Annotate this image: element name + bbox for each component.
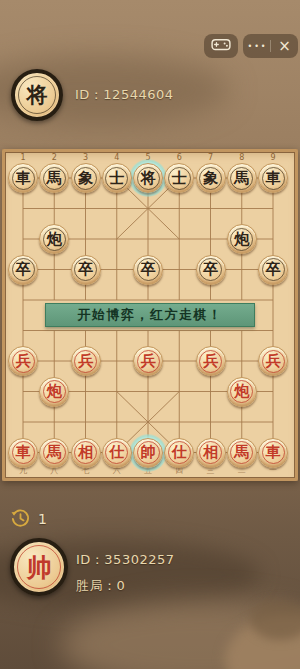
piece-character: 卒 bbox=[266, 262, 281, 277]
xiangqi-piece[interactable]: 卒 bbox=[71, 255, 101, 285]
piece-character: 士 bbox=[109, 171, 124, 186]
xiangqi-piece[interactable]: 炮 bbox=[227, 224, 257, 254]
opponent-avatar: 将 bbox=[11, 69, 63, 121]
more-button[interactable]: ••• bbox=[243, 34, 270, 58]
xiangqi-piece[interactable]: 卒 bbox=[258, 255, 288, 285]
xiangqi-piece[interactable]: 馬 bbox=[227, 438, 257, 468]
piece-character: 相 bbox=[203, 445, 218, 460]
piece-character: 象 bbox=[203, 171, 218, 186]
xiangqi-app: ••• × 将 ID：12544604 123456789 九八七六五四三二一 … bbox=[0, 0, 300, 669]
xiangqi-piece[interactable]: 車 bbox=[8, 163, 38, 193]
piece-character: 卒 bbox=[78, 262, 93, 277]
piece-character: 卒 bbox=[141, 262, 156, 277]
xiangqi-piece[interactable]: 兵 bbox=[71, 346, 101, 376]
piece-character: 将 bbox=[141, 171, 156, 186]
coordinate-label: 4 bbox=[114, 153, 119, 162]
xiangqi-piece[interactable]: 卒 bbox=[196, 255, 226, 285]
piece-character: 炮 bbox=[47, 384, 62, 399]
xiangqi-piece[interactable]: 相 bbox=[71, 438, 101, 468]
opponent-id: ID：12544604 bbox=[75, 86, 174, 104]
piece-character: 車 bbox=[266, 445, 281, 460]
xiangqi-piece[interactable]: 馬 bbox=[39, 438, 69, 468]
player-wins: 胜局：0 bbox=[76, 577, 125, 595]
xiangqi-piece[interactable]: 炮 bbox=[227, 377, 257, 407]
piece-character: 兵 bbox=[16, 354, 31, 369]
close-button[interactable]: × bbox=[271, 34, 298, 58]
mist bbox=[60, 600, 300, 669]
rock bbox=[225, 615, 300, 669]
piece-character: 兵 bbox=[78, 354, 93, 369]
piece-character: 車 bbox=[266, 171, 281, 186]
piece-character: 仕 bbox=[172, 445, 187, 460]
history-clock-icon[interactable] bbox=[10, 508, 31, 529]
xiangqi-piece[interactable]: 馬 bbox=[39, 163, 69, 193]
xiangqi-piece[interactable]: 兵 bbox=[8, 346, 38, 376]
xiangqi-board[interactable]: 123456789 九八七六五四三二一 开始博弈，红方走棋！ 車馬象士将士象馬車… bbox=[2, 149, 298, 481]
xiangqi-piece[interactable]: 仕 bbox=[164, 438, 194, 468]
xiangqi-piece[interactable]: 象 bbox=[71, 163, 101, 193]
piece-character: 士 bbox=[172, 171, 187, 186]
rock-shadow bbox=[250, 600, 300, 640]
piece-character: 炮 bbox=[234, 232, 249, 247]
xiangqi-piece[interactable]: 仕 bbox=[102, 438, 132, 468]
piece-character: 馬 bbox=[234, 171, 249, 186]
xiangqi-piece[interactable]: 兵 bbox=[133, 346, 163, 376]
xiangqi-piece[interactable]: 兵 bbox=[258, 346, 288, 376]
gamepad-icon bbox=[211, 37, 231, 56]
xiangqi-piece[interactable]: 車 bbox=[8, 438, 38, 468]
window-controls: ••• × bbox=[243, 34, 298, 58]
turn-banner: 开始博弈，红方走棋！ bbox=[45, 303, 255, 327]
xiangqi-piece[interactable]: 士 bbox=[102, 163, 132, 193]
opponent-avatar-piece: 将 bbox=[27, 81, 48, 109]
piece-character: 相 bbox=[78, 445, 93, 460]
player-avatar: 帅 bbox=[10, 538, 68, 596]
piece-character: 車 bbox=[16, 445, 31, 460]
piece-character: 帥 bbox=[141, 445, 156, 460]
coordinate-label: 9 bbox=[270, 153, 275, 162]
player-avatar-piece: 帅 bbox=[27, 551, 52, 584]
undo-count: 1 bbox=[38, 511, 47, 527]
close-icon: × bbox=[278, 39, 291, 54]
piece-character: 卒 bbox=[203, 262, 218, 277]
piece-character: 卒 bbox=[16, 262, 31, 277]
spectate-button[interactable] bbox=[204, 34, 238, 58]
coordinate-label: 7 bbox=[208, 153, 213, 162]
xiangqi-piece[interactable]: 卒 bbox=[8, 255, 38, 285]
xiangqi-piece[interactable]: 士 bbox=[164, 163, 194, 193]
undo-row: 1 bbox=[10, 508, 47, 529]
coordinate-label: 2 bbox=[52, 153, 57, 162]
player-id: ID：35302257 bbox=[76, 551, 175, 569]
piece-character: 兵 bbox=[266, 354, 281, 369]
more-icon: ••• bbox=[245, 42, 267, 51]
coordinate-label: 3 bbox=[83, 153, 88, 162]
xiangqi-piece[interactable]: 車 bbox=[258, 438, 288, 468]
xiangqi-piece[interactable]: 象 bbox=[196, 163, 226, 193]
coordinate-label: 6 bbox=[177, 153, 182, 162]
piece-character: 象 bbox=[78, 171, 93, 186]
piece-character: 炮 bbox=[47, 232, 62, 247]
xiangqi-piece[interactable]: 車 bbox=[258, 163, 288, 193]
coordinate-label: 1 bbox=[20, 153, 25, 162]
piece-character: 兵 bbox=[141, 354, 156, 369]
xiangqi-piece[interactable]: 卒 bbox=[133, 255, 163, 285]
piece-character: 仕 bbox=[109, 445, 124, 460]
xiangqi-piece[interactable]: 将 bbox=[133, 163, 163, 193]
xiangqi-piece[interactable]: 馬 bbox=[227, 163, 257, 193]
xiangqi-piece[interactable]: 帥 bbox=[133, 438, 163, 468]
coordinate-label: 8 bbox=[239, 153, 244, 162]
piece-character: 馬 bbox=[47, 445, 62, 460]
piece-character: 車 bbox=[16, 171, 31, 186]
xiangqi-piece[interactable]: 炮 bbox=[39, 377, 69, 407]
xiangqi-piece[interactable]: 相 bbox=[196, 438, 226, 468]
piece-character: 馬 bbox=[234, 445, 249, 460]
xiangqi-piece[interactable]: 炮 bbox=[39, 224, 69, 254]
piece-character: 馬 bbox=[47, 171, 62, 186]
piece-character: 兵 bbox=[203, 354, 218, 369]
piece-character: 炮 bbox=[234, 384, 249, 399]
xiangqi-piece[interactable]: 兵 bbox=[196, 346, 226, 376]
